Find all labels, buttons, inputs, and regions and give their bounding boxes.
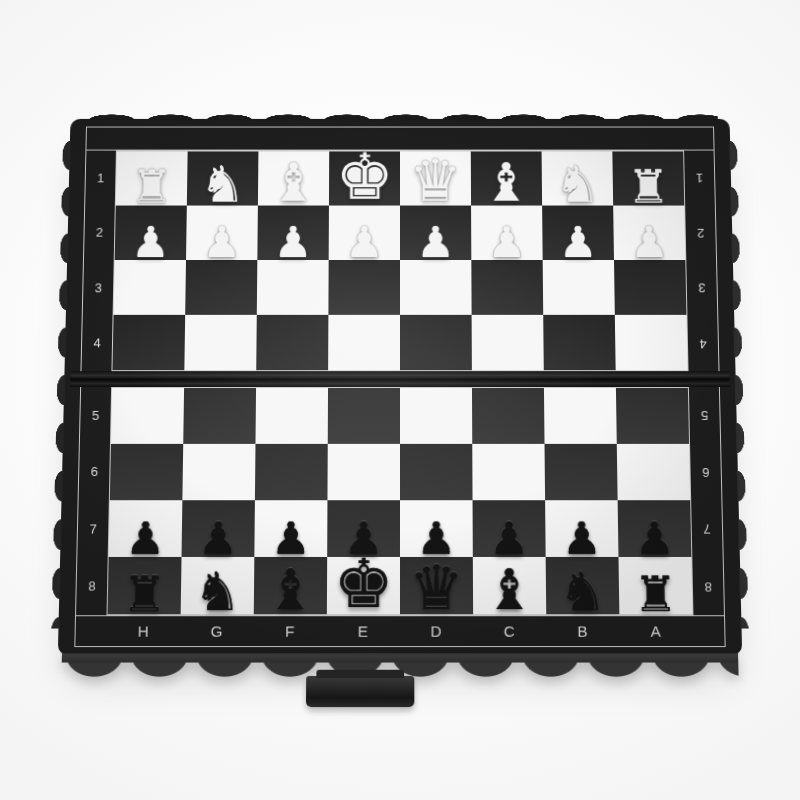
rank-label-6: 6 [690, 443, 721, 500]
square-h5[interactable] [111, 388, 184, 444]
square-c2[interactable]: ♟ [471, 206, 543, 260]
square-c8[interactable]: ♝ [473, 557, 546, 614]
chess-case: 1234 ♜♞♝♚♛♝♞♜♟♟♟♟♟♟♟♟ 1234 5678 ♟♟♟♟♟♟♟♟… [58, 119, 742, 655]
square-e1[interactable]: ♚ [329, 152, 400, 206]
square-d6[interactable] [400, 444, 473, 500]
hinge-seam [70, 371, 730, 387]
black-pawn[interactable]: ♟ [634, 516, 675, 561]
file-label-c: C [473, 622, 546, 639]
board-frame-top: 1234 ♜♞♝♚♛♝♞♜♟♟♟♟♟♟♟♟ 1234 [80, 127, 719, 372]
file-label-a: A [619, 622, 693, 639]
square-b3[interactable] [543, 260, 615, 315]
square-g5[interactable] [183, 388, 256, 444]
square-b1[interactable]: ♞ [542, 152, 614, 206]
white-rook[interactable]: ♜ [130, 163, 173, 209]
white-king[interactable]: ♚ [335, 146, 393, 210]
file-label-h: H [107, 622, 181, 639]
square-a5[interactable] [616, 388, 689, 444]
rank-label-1: 1 [684, 151, 715, 206]
board-top-half: 1234 ♜♞♝♚♛♝♞♜♟♟♟♟♟♟♟♟ 1234 [71, 125, 730, 372]
rank-labels-left-bottom: 5678 [76, 387, 111, 615]
white-pawn[interactable]: ♟ [487, 221, 526, 264]
rank-label-1: 1 [85, 151, 116, 206]
black-knight[interactable]: ♞ [193, 565, 241, 618]
white-queen[interactable]: ♛ [409, 152, 462, 210]
rank-labels-right-bottom: 5678 [689, 387, 724, 615]
white-rook[interactable]: ♜ [627, 163, 670, 209]
rank-label-8: 8 [692, 557, 724, 615]
square-c4[interactable] [472, 315, 544, 370]
rank-label-5: 5 [689, 387, 720, 443]
square-d7[interactable]: ♟ [400, 500, 473, 557]
square-a7[interactable]: ♟ [618, 500, 692, 557]
square-e6[interactable] [327, 444, 400, 500]
board-frame-bottom: 5678 ♟♟♟♟♟♟♟♟♜♞♝♚♛♝♞♜ 5678 HGFEDCBA [74, 387, 725, 647]
black-king[interactable]: ♚ [333, 551, 393, 618]
square-b6[interactable] [545, 444, 618, 500]
rank-label-6: 6 [79, 443, 110, 500]
square-a1[interactable]: ♜ [612, 152, 684, 206]
square-g4[interactable] [184, 315, 256, 370]
square-b2[interactable]: ♟ [542, 206, 614, 260]
square-h2[interactable]: ♟ [115, 206, 187, 260]
file-label-e: E [327, 622, 400, 639]
square-d5[interactable] [400, 388, 472, 444]
square-g3[interactable] [185, 260, 257, 315]
white-pawn[interactable]: ♟ [629, 221, 669, 264]
white-pawn[interactable]: ♟ [416, 221, 455, 264]
square-a3[interactable] [614, 260, 686, 315]
square-d8[interactable]: ♛ [400, 557, 473, 614]
square-c3[interactable] [471, 260, 543, 315]
square-c5[interactable] [472, 388, 545, 444]
square-d4[interactable] [400, 315, 472, 370]
square-h4[interactable] [112, 315, 185, 370]
square-c6[interactable] [472, 444, 545, 500]
square-b8[interactable]: ♞ [546, 557, 620, 614]
black-queen[interactable]: ♛ [409, 557, 464, 618]
square-e3[interactable] [328, 260, 400, 315]
rank-label-3: 3 [686, 260, 717, 315]
square-b5[interactable] [544, 388, 617, 444]
square-e5[interactable] [328, 388, 400, 444]
black-bishop[interactable]: ♝ [265, 562, 315, 618]
rank-label-5: 5 [80, 387, 111, 443]
black-rook[interactable]: ♜ [122, 569, 167, 618]
scalloped-edge-top [82, 112, 718, 120]
chessboard-ranks-1-4: ♜♞♝♚♛♝♞♜♟♟♟♟♟♟♟♟ [111, 151, 688, 372]
square-f2[interactable]: ♟ [257, 206, 329, 260]
file-label-d: D [400, 622, 473, 639]
square-h6[interactable] [110, 444, 183, 500]
square-f4[interactable] [256, 315, 328, 370]
clasp-tab [306, 676, 414, 707]
white-bishop[interactable]: ♝ [482, 156, 531, 209]
white-knight[interactable]: ♞ [554, 159, 601, 209]
square-a2[interactable]: ♟ [613, 206, 685, 260]
rank-label-7: 7 [691, 500, 723, 557]
square-c7[interactable]: ♟ [473, 500, 546, 557]
square-f7[interactable]: ♟ [254, 500, 327, 557]
white-knight[interactable]: ♞ [199, 159, 246, 209]
square-g7[interactable]: ♟ [182, 500, 255, 557]
rank-label-3: 3 [83, 260, 114, 315]
square-g1[interactable]: ♞ [187, 152, 259, 206]
square-e4[interactable] [328, 315, 400, 370]
product-photo: 1234 ♜♞♝♚♛♝♞♜♟♟♟♟♟♟♟♟ 1234 5678 ♟♟♟♟♟♟♟♟… [0, 0, 800, 800]
black-knight[interactable]: ♞ [559, 565, 607, 618]
black-pawn[interactable]: ♟ [562, 516, 602, 561]
square-h1[interactable]: ♜ [116, 152, 188, 206]
white-pawn[interactable]: ♟ [273, 221, 312, 264]
white-pawn[interactable]: ♟ [558, 221, 598, 264]
square-e8[interactable]: ♚ [327, 557, 400, 614]
square-d1[interactable]: ♛ [400, 152, 471, 206]
rank-label-4: 4 [81, 315, 112, 371]
rank-label-7: 7 [77, 500, 109, 557]
square-b7[interactable]: ♟ [545, 500, 618, 557]
rank-labels-left-top: 1234 [81, 151, 115, 372]
white-bishop[interactable]: ♝ [269, 156, 318, 209]
square-h7[interactable]: ♟ [109, 500, 183, 557]
file-labels-band: HGFEDCBA [75, 615, 724, 646]
square-f8[interactable]: ♝ [254, 557, 327, 614]
square-f3[interactable] [257, 260, 329, 315]
rank-label-8: 8 [76, 557, 108, 615]
file-label-f: F [254, 622, 327, 639]
square-h8[interactable]: ♜ [108, 557, 182, 614]
white-pawn[interactable]: ♟ [202, 221, 242, 264]
square-g6[interactable] [182, 444, 255, 500]
black-pawn[interactable]: ♟ [271, 516, 311, 561]
white-pawn[interactable]: ♟ [345, 221, 384, 264]
white-pawn[interactable]: ♟ [131, 221, 171, 264]
square-d3[interactable] [400, 260, 472, 315]
black-pawn[interactable]: ♟ [489, 516, 529, 561]
rank-label-4: 4 [687, 315, 718, 371]
rank-label-2: 2 [84, 205, 115, 260]
black-rook[interactable]: ♜ [633, 569, 678, 618]
file-label-b: B [546, 622, 619, 639]
square-f6[interactable] [255, 444, 328, 500]
black-bishop[interactable]: ♝ [484, 562, 534, 618]
black-pawn[interactable]: ♟ [125, 516, 166, 561]
square-c1[interactable]: ♝ [471, 152, 542, 206]
square-b4[interactable] [543, 315, 615, 370]
file-label-g: G [180, 622, 253, 639]
square-a6[interactable] [617, 444, 690, 500]
rank-label-2: 2 [685, 205, 716, 260]
top-border-band [86, 128, 713, 151]
rank-labels-right-top: 1234 [684, 151, 718, 372]
square-g2[interactable]: ♟ [186, 206, 258, 260]
chessboard-ranks-5-8: ♟♟♟♟♟♟♟♟♜♞♝♚♛♝♞♜ [106, 387, 693, 615]
black-pawn[interactable]: ♟ [198, 516, 238, 561]
square-a8[interactable]: ♜ [618, 557, 692, 614]
square-a4[interactable] [615, 315, 688, 370]
square-f1[interactable]: ♝ [258, 152, 329, 206]
square-f5[interactable] [255, 388, 328, 444]
board-bottom-half: 5678 ♟♟♟♟♟♟♟♟♜♞♝♚♛♝♞♜ 5678 HGFEDCBA [64, 387, 736, 649]
square-h3[interactable] [114, 260, 186, 315]
square-g8[interactable]: ♞ [181, 557, 255, 614]
